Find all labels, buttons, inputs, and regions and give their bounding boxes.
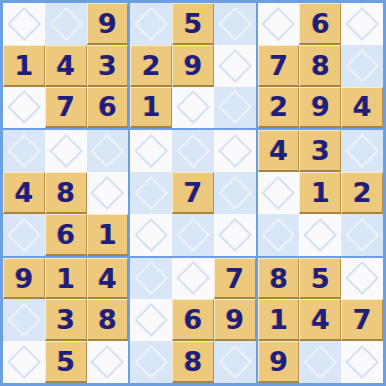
diamond-icon [7,7,41,41]
cell-r3c2[interactable]: 7 [45,87,87,129]
diamond-icon [134,261,168,295]
cell-r7c3[interactable]: 4 [87,258,129,300]
box-r1c2: 5291 [130,3,255,128]
cell-r8c3[interactable]: 8 [87,299,129,341]
cell-r3c6[interactable] [214,87,256,129]
cell-r3c8[interactable]: 9 [299,87,341,129]
diamond-icon [345,7,379,41]
diamond-icon [176,261,210,295]
diamond-icon [345,218,379,252]
diamond-icon [218,49,252,83]
cell-r6c7[interactable] [258,214,300,256]
cell-r1c2[interactable] [45,3,87,45]
cell-r2c3[interactable]: 3 [87,45,129,87]
cell-r4c2[interactable] [45,130,87,172]
diamond-icon [134,303,168,337]
cell-r5c4[interactable] [130,172,172,214]
box-r1c1: 914376 [3,3,128,128]
box-r1c3: 678294 [258,3,383,128]
cell-r1c1[interactable] [3,3,45,45]
diamond-icon [261,176,295,210]
cell-r7c7[interactable]: 8 [258,258,300,300]
diamond-icon [176,134,210,168]
cell-r6c9[interactable] [341,214,383,256]
diamond-icon [90,176,124,210]
diamond-icon [218,176,252,210]
diamond-icon [345,345,379,379]
box-r3c2: 7698 [130,258,255,383]
cell-r6c5[interactable] [172,214,214,256]
diamond-icon [176,218,210,252]
box-r2c1: 4861 [3,130,128,255]
diamond-icon [345,261,379,295]
cell-r1c5[interactable]: 5 [172,3,214,45]
diamond-icon [7,345,41,379]
cell-r8c6[interactable]: 9 [214,299,256,341]
box-r3c1: 914385 [3,258,128,383]
cell-r1c4[interactable] [130,3,172,45]
cell-r5c9[interactable]: 2 [341,172,383,214]
diamond-icon [134,218,168,252]
diamond-icon [7,90,41,124]
cell-r2c8[interactable]: 8 [299,45,341,87]
cell-r2c2[interactable]: 4 [45,45,87,87]
cell-r9c9[interactable] [341,341,383,383]
cell-r5c1[interactable]: 4 [3,172,45,214]
cell-r2c5[interactable]: 9 [172,45,214,87]
diamond-icon [176,90,210,124]
cell-r4c6[interactable] [214,130,256,172]
cell-r6c4[interactable] [130,214,172,256]
cell-r9c4[interactable] [130,341,172,383]
cell-r1c9[interactable] [341,3,383,45]
diamond-icon [218,134,252,168]
cell-r3c5[interactable] [172,87,214,129]
cell-r9c7[interactable]: 9 [258,341,300,383]
diamond-icon [303,345,337,379]
cell-r4c5[interactable] [172,130,214,172]
cell-r2c6[interactable] [214,45,256,87]
cell-r7c1[interactable]: 9 [3,258,45,300]
cell-r7c9[interactable] [341,258,383,300]
diamond-icon [134,134,168,168]
cell-r3c4[interactable]: 1 [130,87,172,129]
diamond-icon [134,345,168,379]
diamond-icon [261,7,295,41]
cell-r8c4[interactable] [130,299,172,341]
cell-r3c1[interactable] [3,87,45,129]
cell-r9c6[interactable] [214,341,256,383]
cell-r1c6[interactable] [214,3,256,45]
cell-r4c9[interactable] [341,130,383,172]
cell-r3c7[interactable]: 2 [258,87,300,129]
cell-r8c5[interactable]: 6 [172,299,214,341]
diamond-icon [90,345,124,379]
diamond-icon [345,134,379,168]
cell-r4c8[interactable]: 3 [299,130,341,172]
cell-r5c2[interactable]: 8 [45,172,87,214]
box-r3c3: 851479 [258,258,383,383]
cell-r6c8[interactable] [299,214,341,256]
cell-r4c7[interactable]: 4 [258,130,300,172]
cell-r2c9[interactable] [341,45,383,87]
diamond-icon [90,134,124,168]
cell-r2c1[interactable]: 1 [3,45,45,87]
cell-r7c4[interactable] [130,258,172,300]
diamond-icon [49,134,83,168]
cell-r9c2[interactable]: 5 [45,341,87,383]
diamond-icon [218,90,252,124]
diamond-icon [49,7,83,41]
cell-r6c1[interactable] [3,214,45,256]
diamond-icon [218,345,252,379]
cell-r3c9[interactable]: 4 [341,87,383,129]
diamond-icon [218,218,252,252]
cell-r6c2[interactable]: 6 [45,214,87,256]
cell-r1c3[interactable]: 9 [87,3,129,45]
diamond-icon [134,7,168,41]
cell-r6c3[interactable]: 1 [87,214,129,256]
diamond-icon [7,134,41,168]
cell-r2c4[interactable]: 2 [130,45,172,87]
cell-r8c1[interactable] [3,299,45,341]
sudoku-board: 9143765291678294486174312914385769885147… [0,0,386,386]
cell-r8c8[interactable]: 4 [299,299,341,341]
cell-r5c7[interactable] [258,172,300,214]
cell-r6c6[interactable] [214,214,256,256]
cell-r2c7[interactable]: 7 [258,45,300,87]
diamond-icon [7,303,41,337]
cell-r5c6[interactable] [214,172,256,214]
cell-r9c8[interactable] [299,341,341,383]
cell-r5c3[interactable] [87,172,129,214]
cell-r1c7[interactable] [258,3,300,45]
cell-r4c4[interactable] [130,130,172,172]
cell-r8c7[interactable]: 1 [258,299,300,341]
cell-r5c8[interactable]: 1 [299,172,341,214]
cell-r8c2[interactable]: 3 [45,299,87,341]
cell-r3c3[interactable]: 6 [87,87,129,129]
diamond-icon [134,176,168,210]
cell-r5c5[interactable]: 7 [172,172,214,214]
cell-r4c1[interactable] [3,130,45,172]
cell-r9c1[interactable] [3,341,45,383]
diamond-icon [345,49,379,83]
cell-r9c5[interactable]: 8 [172,341,214,383]
cell-r7c2[interactable]: 1 [45,258,87,300]
diamond-icon [7,218,41,252]
diamond-icon [261,218,295,252]
diamond-icon [303,218,337,252]
cell-r8c9[interactable]: 7 [341,299,383,341]
diamond-icon [218,7,252,41]
cell-r7c5[interactable] [172,258,214,300]
cell-r7c6[interactable]: 7 [214,258,256,300]
box-r2c2: 7 [130,130,255,255]
cell-r1c8[interactable]: 6 [299,3,341,45]
cell-r7c8[interactable]: 5 [299,258,341,300]
box-r2c3: 4312 [258,130,383,255]
cell-r9c3[interactable] [87,341,129,383]
cell-r4c3[interactable] [87,130,129,172]
